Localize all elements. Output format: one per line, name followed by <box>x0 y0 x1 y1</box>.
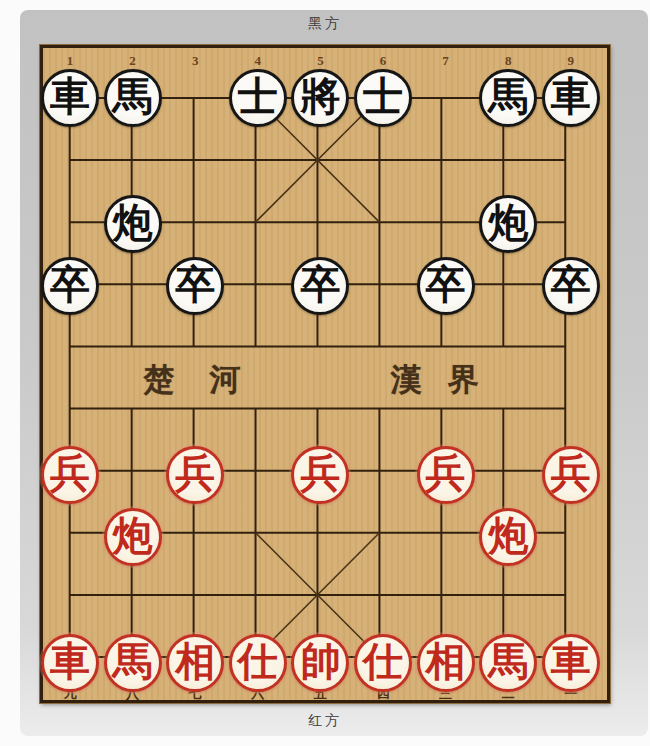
top-coordinate: 6 <box>371 54 395 67</box>
piece-glyph: 兵 <box>175 454 215 494</box>
river-character: 河 <box>207 363 243 397</box>
black-side-label: 黑方 <box>0 15 650 33</box>
piece-glyph: 仕 <box>363 642 403 682</box>
piece-red-advisor[interactable]: 仕 <box>229 634 287 692</box>
piece-glyph: 兵 <box>426 454 466 494</box>
screenshot-page: 黑方 123456789 九八七六五四三二一 楚河漢界 車馬士將士馬車炮炮卒卒卒… <box>0 0 650 746</box>
piece-glyph: 車 <box>551 642 591 682</box>
piece-red-soldier[interactable]: 兵 <box>41 446 99 504</box>
top-coordinate: 5 <box>308 54 332 67</box>
piece-glyph: 卒 <box>50 265 90 305</box>
piece-red-elephant[interactable]: 相 <box>166 634 224 692</box>
piece-black-general[interactable]: 將 <box>291 69 349 127</box>
piece-glyph: 馬 <box>113 77 153 117</box>
piece-black-cannon[interactable]: 炮 <box>104 195 162 253</box>
piece-glyph: 士 <box>363 77 403 117</box>
top-coordinate: 8 <box>496 54 520 67</box>
river-character: 界 <box>445 363 481 397</box>
piece-red-elephant[interactable]: 相 <box>417 634 475 692</box>
piece-red-horse[interactable]: 馬 <box>479 634 537 692</box>
piece-red-cannon[interactable]: 炮 <box>104 508 162 566</box>
piece-glyph: 帥 <box>300 642 340 682</box>
piece-glyph: 炮 <box>488 516 528 556</box>
piece-glyph: 士 <box>238 77 278 117</box>
river-character: 楚 <box>141 363 177 397</box>
piece-glyph: 仕 <box>238 642 278 682</box>
piece-black-cannon[interactable]: 炮 <box>479 195 537 253</box>
board-grid <box>43 48 607 700</box>
top-coordinate: 4 <box>246 54 270 67</box>
piece-glyph: 炮 <box>488 203 528 243</box>
top-coordinate: 1 <box>58 54 82 67</box>
piece-glyph: 卒 <box>551 265 591 305</box>
piece-red-advisor[interactable]: 仕 <box>354 634 412 692</box>
piece-red-chariot[interactable]: 車 <box>542 634 600 692</box>
piece-glyph: 馬 <box>113 642 153 682</box>
piece-black-horse[interactable]: 馬 <box>479 69 537 127</box>
piece-glyph: 兵 <box>50 454 90 494</box>
piece-glyph: 兵 <box>551 454 591 494</box>
piece-red-chariot[interactable]: 車 <box>41 634 99 692</box>
xiangqi-board[interactable]: 123456789 九八七六五四三二一 楚河漢界 車馬士將士馬車炮炮卒卒卒卒卒兵… <box>40 45 610 703</box>
piece-red-general[interactable]: 帥 <box>291 634 349 692</box>
top-coordinate: 2 <box>121 54 145 67</box>
top-coordinate: 9 <box>559 54 583 67</box>
piece-glyph: 相 <box>426 642 466 682</box>
piece-red-soldier[interactable]: 兵 <box>291 446 349 504</box>
red-side-label: 红方 <box>0 712 650 730</box>
piece-black-soldier[interactable]: 卒 <box>41 257 99 315</box>
piece-glyph: 相 <box>175 642 215 682</box>
piece-glyph: 馬 <box>488 77 528 117</box>
piece-red-horse[interactable]: 馬 <box>104 634 162 692</box>
piece-glyph: 卒 <box>426 265 466 305</box>
piece-glyph: 兵 <box>300 454 340 494</box>
piece-glyph: 將 <box>300 77 340 117</box>
piece-black-soldier[interactable]: 卒 <box>542 257 600 315</box>
piece-black-soldier[interactable]: 卒 <box>417 257 475 315</box>
piece-glyph: 車 <box>551 77 591 117</box>
piece-glyph: 卒 <box>175 265 215 305</box>
piece-black-chariot[interactable]: 車 <box>41 69 99 127</box>
piece-black-advisor[interactable]: 士 <box>229 69 287 127</box>
piece-black-chariot[interactable]: 車 <box>542 69 600 127</box>
top-coordinate: 3 <box>183 54 207 67</box>
piece-black-advisor[interactable]: 士 <box>354 69 412 127</box>
river-character: 漢 <box>388 363 424 397</box>
piece-glyph: 馬 <box>488 642 528 682</box>
piece-black-horse[interactable]: 馬 <box>104 69 162 127</box>
piece-glyph: 炮 <box>113 516 153 556</box>
piece-red-soldier[interactable]: 兵 <box>166 446 224 504</box>
piece-glyph: 卒 <box>300 265 340 305</box>
piece-glyph: 車 <box>50 77 90 117</box>
piece-red-soldier[interactable]: 兵 <box>542 446 600 504</box>
top-coordinate: 7 <box>434 54 458 67</box>
piece-red-soldier[interactable]: 兵 <box>417 446 475 504</box>
piece-glyph: 炮 <box>113 203 153 243</box>
piece-glyph: 車 <box>50 642 90 682</box>
